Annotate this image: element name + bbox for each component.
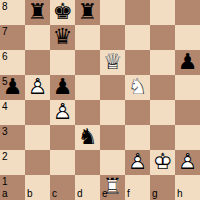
piece-white-rook[interactable]: ♜♖ bbox=[100, 175, 125, 200]
square-g7[interactable] bbox=[150, 25, 175, 50]
square-d1[interactable] bbox=[75, 175, 100, 200]
square-h8[interactable] bbox=[175, 0, 200, 25]
square-g8[interactable] bbox=[150, 0, 175, 25]
piece-white-pawn[interactable]: ♟♙ bbox=[50, 100, 75, 125]
square-e7[interactable] bbox=[100, 25, 125, 50]
square-b4[interactable] bbox=[25, 100, 50, 125]
square-f2[interactable]: ♟♙ bbox=[125, 150, 150, 175]
square-a4[interactable] bbox=[0, 100, 25, 125]
square-a6[interactable] bbox=[0, 50, 25, 75]
square-e1[interactable]: ♜♖ bbox=[100, 175, 125, 200]
piece-white-pawn[interactable]: ♟♙ bbox=[125, 150, 150, 175]
square-h5[interactable] bbox=[175, 75, 200, 100]
piece-white-queen[interactable]: ♛♕ bbox=[100, 50, 125, 75]
piece-black-rook[interactable]: ♜ bbox=[25, 0, 50, 25]
square-e4[interactable] bbox=[100, 100, 125, 125]
piece-glyph-outline: ♖ bbox=[100, 175, 125, 200]
square-g6[interactable] bbox=[150, 50, 175, 75]
square-b2[interactable] bbox=[25, 150, 50, 175]
square-b8[interactable]: ♜ bbox=[25, 0, 50, 25]
square-a7[interactable] bbox=[0, 25, 25, 50]
piece-glyph-outline: ♔ bbox=[150, 150, 175, 175]
square-a5[interactable]: ♟ bbox=[0, 75, 25, 100]
square-d8[interactable]: ♜ bbox=[75, 0, 100, 25]
piece-black-king[interactable]: ♚ bbox=[50, 0, 75, 25]
piece-white-knight[interactable]: ♞♘ bbox=[125, 75, 150, 100]
square-h3[interactable] bbox=[175, 125, 200, 150]
square-d6[interactable] bbox=[75, 50, 100, 75]
square-h6[interactable]: ♟ bbox=[175, 50, 200, 75]
square-e3[interactable] bbox=[100, 125, 125, 150]
square-b3[interactable] bbox=[25, 125, 50, 150]
square-g3[interactable] bbox=[150, 125, 175, 150]
square-f6[interactable] bbox=[125, 50, 150, 75]
square-a1[interactable] bbox=[0, 175, 25, 200]
square-f1[interactable] bbox=[125, 175, 150, 200]
piece-white-pawn[interactable]: ♟♙ bbox=[25, 75, 50, 100]
piece-glyph: ♜ bbox=[25, 0, 50, 25]
piece-black-knight[interactable]: ♞ bbox=[75, 125, 100, 150]
square-c7[interactable]: ♛ bbox=[50, 25, 75, 50]
square-g5[interactable] bbox=[150, 75, 175, 100]
square-g1[interactable] bbox=[150, 175, 175, 200]
square-b6[interactable] bbox=[25, 50, 50, 75]
square-f7[interactable] bbox=[125, 25, 150, 50]
chess-board: ♜♚♜♛♛♕♟♟♟♙♟♞♘♟♙♞♟♙♚♔♟♙♜♖87654321abcdefgh bbox=[0, 0, 200, 200]
piece-glyph-outline: ♕ bbox=[100, 50, 125, 75]
square-a8[interactable] bbox=[0, 0, 25, 25]
piece-black-pawn[interactable]: ♟ bbox=[50, 75, 75, 100]
square-c1[interactable] bbox=[50, 175, 75, 200]
piece-glyph: ♟ bbox=[50, 75, 75, 100]
piece-glyph: ♚ bbox=[50, 0, 75, 25]
square-c6[interactable] bbox=[50, 50, 75, 75]
piece-black-pawn[interactable]: ♟ bbox=[0, 75, 25, 100]
square-d5[interactable] bbox=[75, 75, 100, 100]
square-h4[interactable] bbox=[175, 100, 200, 125]
square-c4[interactable]: ♟♙ bbox=[50, 100, 75, 125]
square-c5[interactable]: ♟ bbox=[50, 75, 75, 100]
piece-glyph: ♛ bbox=[50, 25, 75, 50]
square-e2[interactable] bbox=[100, 150, 125, 175]
square-c8[interactable]: ♚ bbox=[50, 0, 75, 25]
square-b7[interactable] bbox=[25, 25, 50, 50]
piece-white-king[interactable]: ♚♔ bbox=[150, 150, 175, 175]
piece-white-pawn[interactable]: ♟♙ bbox=[175, 150, 200, 175]
square-d7[interactable] bbox=[75, 25, 100, 50]
piece-glyph: ♟ bbox=[175, 50, 200, 75]
square-d2[interactable] bbox=[75, 150, 100, 175]
piece-black-pawn[interactable]: ♟ bbox=[175, 50, 200, 75]
square-b1[interactable] bbox=[25, 175, 50, 200]
piece-glyph-outline: ♘ bbox=[125, 75, 150, 100]
square-f3[interactable] bbox=[125, 125, 150, 150]
square-h7[interactable] bbox=[175, 25, 200, 50]
square-h2[interactable]: ♟♙ bbox=[175, 150, 200, 175]
piece-glyph: ♜ bbox=[75, 0, 100, 25]
piece-glyph: ♟ bbox=[0, 75, 25, 100]
square-c3[interactable] bbox=[50, 125, 75, 150]
square-g4[interactable] bbox=[150, 100, 175, 125]
square-f4[interactable] bbox=[125, 100, 150, 125]
square-f8[interactable] bbox=[125, 0, 150, 25]
piece-black-rook[interactable]: ♜ bbox=[75, 0, 100, 25]
piece-glyph: ♞ bbox=[75, 125, 100, 150]
piece-glyph-outline: ♙ bbox=[25, 75, 50, 100]
square-d4[interactable] bbox=[75, 100, 100, 125]
square-d3[interactable]: ♞ bbox=[75, 125, 100, 150]
square-e6[interactable]: ♛♕ bbox=[100, 50, 125, 75]
piece-black-queen[interactable]: ♛ bbox=[50, 25, 75, 50]
square-b5[interactable]: ♟♙ bbox=[25, 75, 50, 100]
square-e5[interactable] bbox=[100, 75, 125, 100]
square-e8[interactable] bbox=[100, 0, 125, 25]
square-a2[interactable] bbox=[0, 150, 25, 175]
piece-glyph-outline: ♙ bbox=[175, 150, 200, 175]
square-f5[interactable]: ♞♘ bbox=[125, 75, 150, 100]
square-h1[interactable] bbox=[175, 175, 200, 200]
piece-glyph-outline: ♙ bbox=[50, 100, 75, 125]
piece-glyph-outline: ♙ bbox=[125, 150, 150, 175]
square-g2[interactable]: ♚♔ bbox=[150, 150, 175, 175]
square-c2[interactable] bbox=[50, 150, 75, 175]
square-a3[interactable] bbox=[0, 125, 25, 150]
